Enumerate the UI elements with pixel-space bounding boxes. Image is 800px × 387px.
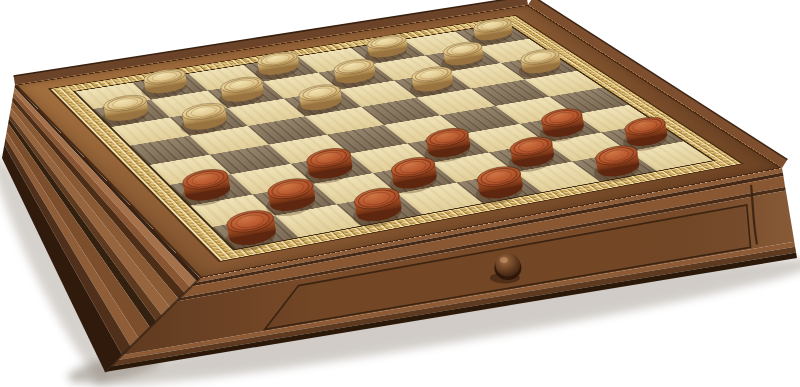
checker-piece-light[interactable] bbox=[252, 49, 300, 82]
pieces-layer bbox=[0, 0, 800, 387]
checker-piece-red[interactable] bbox=[177, 166, 232, 209]
checker-piece-red[interactable] bbox=[221, 207, 279, 254]
checker-piece-red[interactable] bbox=[348, 185, 404, 230]
checker-piece-light[interactable] bbox=[329, 57, 377, 91]
checker-piece-light[interactable] bbox=[516, 47, 563, 81]
checker-piece-light[interactable] bbox=[177, 101, 228, 138]
checker-piece-light[interactable] bbox=[98, 93, 149, 129]
checker-piece-light[interactable] bbox=[216, 75, 266, 110]
checker-piece-red[interactable] bbox=[471, 164, 525, 208]
checkers-set-photo bbox=[0, 0, 800, 387]
checker-piece-light[interactable] bbox=[139, 67, 189, 101]
checker-piece-red[interactable] bbox=[590, 143, 642, 185]
checker-piece-light[interactable] bbox=[294, 82, 344, 118]
checker-piece-light[interactable] bbox=[362, 33, 409, 65]
checker-piece-light[interactable] bbox=[407, 64, 455, 99]
